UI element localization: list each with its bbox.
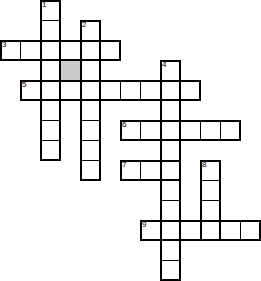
crossword-cell[interactable] xyxy=(40,60,61,81)
crossword-cell[interactable] xyxy=(200,200,221,221)
crossword-cell[interactable] xyxy=(120,80,141,101)
crossword-cell[interactable] xyxy=(40,20,61,41)
crossword-cell[interactable] xyxy=(60,40,81,61)
crossword-cell[interactable] xyxy=(220,220,241,241)
crossword-cell[interactable] xyxy=(240,220,261,241)
crossword-cell[interactable] xyxy=(100,40,121,61)
crossword-cell[interactable] xyxy=(160,60,181,81)
crossword-cell[interactable] xyxy=(40,100,61,121)
crossword-cell[interactable] xyxy=(0,40,21,61)
crossword-cell[interactable] xyxy=(80,160,101,181)
crossword-cell[interactable] xyxy=(200,160,221,181)
crossword-cell[interactable] xyxy=(140,160,161,181)
crossword-cell[interactable] xyxy=(200,220,221,241)
crossword-board: 123456789 xyxy=(0,0,261,281)
crossword-cell[interactable] xyxy=(80,20,101,41)
crossword-cell[interactable] xyxy=(160,220,181,241)
crossword-cell[interactable] xyxy=(20,40,41,61)
crossword-cell[interactable] xyxy=(80,40,101,61)
crossword-cell[interactable] xyxy=(160,160,181,181)
crossword-cell[interactable] xyxy=(120,160,141,181)
crossword-cell[interactable] xyxy=(180,120,201,141)
crossword-cell[interactable] xyxy=(80,60,101,81)
crossword-cell[interactable] xyxy=(40,0,61,21)
crossword-cell[interactable] xyxy=(40,140,61,161)
crossword-cell[interactable] xyxy=(160,200,181,221)
crossword-cell[interactable] xyxy=(120,120,141,141)
crossword-cell[interactable] xyxy=(160,260,181,281)
crossword-cell[interactable] xyxy=(160,180,181,201)
crossword-cell[interactable] xyxy=(20,80,41,101)
crossword-cell[interactable] xyxy=(80,120,101,141)
crossword-cell[interactable] xyxy=(140,80,161,101)
crossword-cell[interactable] xyxy=(60,80,81,101)
crossword-cell[interactable] xyxy=(160,100,181,121)
crossword-cell[interactable] xyxy=(140,220,161,241)
crossword-cell[interactable] xyxy=(40,80,61,101)
crossword-cell[interactable] xyxy=(80,100,101,121)
shaded-cell xyxy=(60,60,81,81)
crossword-cell[interactable] xyxy=(200,120,221,141)
crossword-cell[interactable] xyxy=(160,80,181,101)
crossword-cell[interactable] xyxy=(160,240,181,261)
crossword-cell[interactable] xyxy=(180,80,201,101)
crossword-cell[interactable] xyxy=(160,120,181,141)
crossword-cell[interactable] xyxy=(180,220,201,241)
crossword-cell[interactable] xyxy=(80,80,101,101)
crossword-cell[interactable] xyxy=(80,140,101,161)
crossword-cell[interactable] xyxy=(160,140,181,161)
crossword-cell[interactable] xyxy=(40,120,61,141)
crossword-cell[interactable] xyxy=(40,40,61,61)
crossword-cell[interactable] xyxy=(220,120,241,141)
crossword-cell[interactable] xyxy=(100,80,121,101)
crossword-cell[interactable] xyxy=(140,120,161,141)
crossword-cell[interactable] xyxy=(200,180,221,201)
